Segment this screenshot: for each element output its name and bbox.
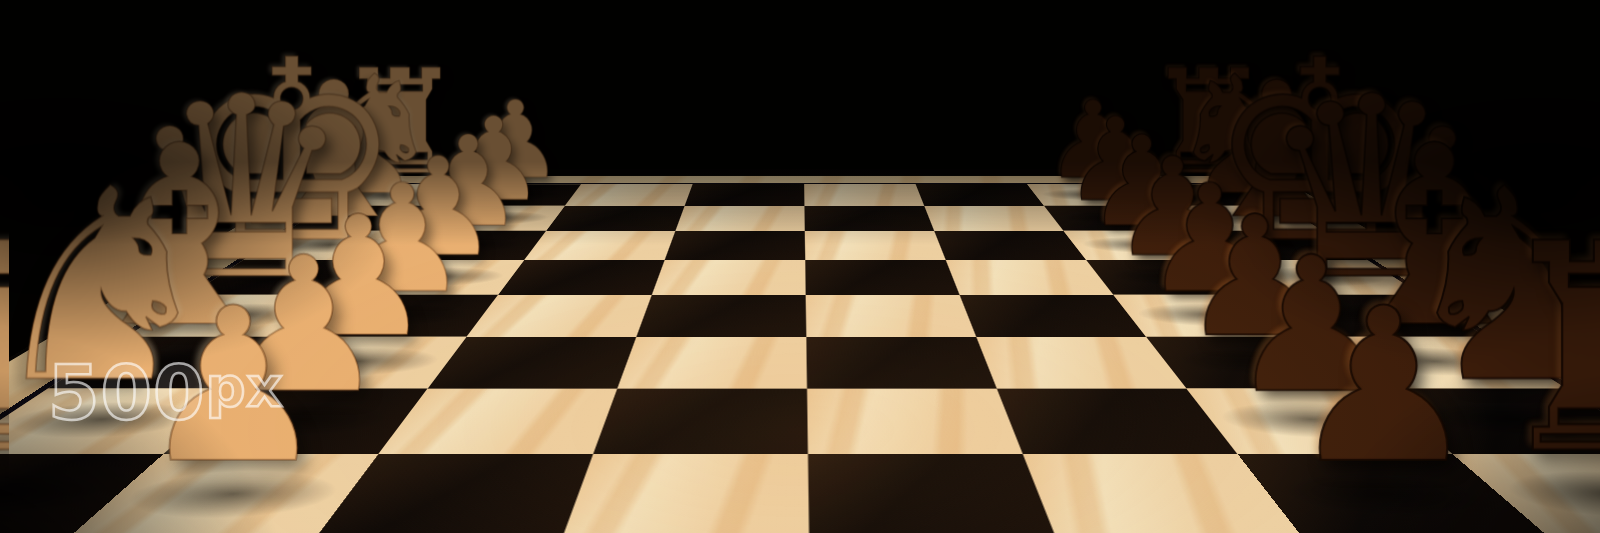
square-b5	[807, 389, 1023, 455]
square-b6	[997, 389, 1238, 455]
square-b4	[593, 389, 808, 455]
square-h4	[685, 184, 805, 205]
square-e4	[652, 260, 806, 295]
square-g6	[924, 206, 1063, 231]
chess-photo-scene: 7 8 ♜♟♟♜♞♟♟♞♝♟♟♝♚♟♟♚♛♟♟♛♝♟♟♝♞♟♟♞♜♟♟♜ 500…	[0, 0, 1600, 533]
square-e6	[946, 260, 1114, 295]
white-rook: ♜	[0, 206, 132, 494]
square-e3	[498, 260, 665, 295]
square-h3	[565, 184, 693, 205]
board-frame: 7 8 ♜♟♟♜♞♟♟♞♝♟♟♝♚♟♟♚♛♟♟♛♝♟♟♝♞♟♟♞♜♟♟♜	[0, 175, 1600, 533]
square-h6	[916, 184, 1044, 205]
square-c5	[806, 337, 996, 389]
square-d4	[636, 295, 806, 337]
square-f6	[934, 231, 1086, 260]
chess-board: ♜♟♟♜♞♟♟♞♝♟♟♝♚♟♟♚♛♟♟♛♝♟♟♝♞♟♟♞♜♟♟♜	[0, 184, 1600, 533]
square-g3	[546, 206, 685, 231]
square-f3	[524, 231, 675, 260]
black-rook: ♜	[1485, 206, 1600, 494]
square-g5	[804, 206, 934, 231]
square-c4	[617, 337, 807, 389]
square-d5	[806, 295, 977, 337]
square-a4	[562, 454, 810, 533]
square-b3	[378, 389, 617, 455]
square-e5	[805, 260, 959, 295]
square-f4	[665, 231, 806, 260]
square-d3	[466, 295, 651, 337]
square-h5	[804, 184, 924, 205]
square-g4	[675, 206, 804, 231]
square-f5	[805, 231, 946, 260]
black-pawn: ♟	[1288, 281, 1479, 494]
square-a5	[808, 454, 1057, 533]
white-pawn: ♟	[138, 281, 329, 494]
